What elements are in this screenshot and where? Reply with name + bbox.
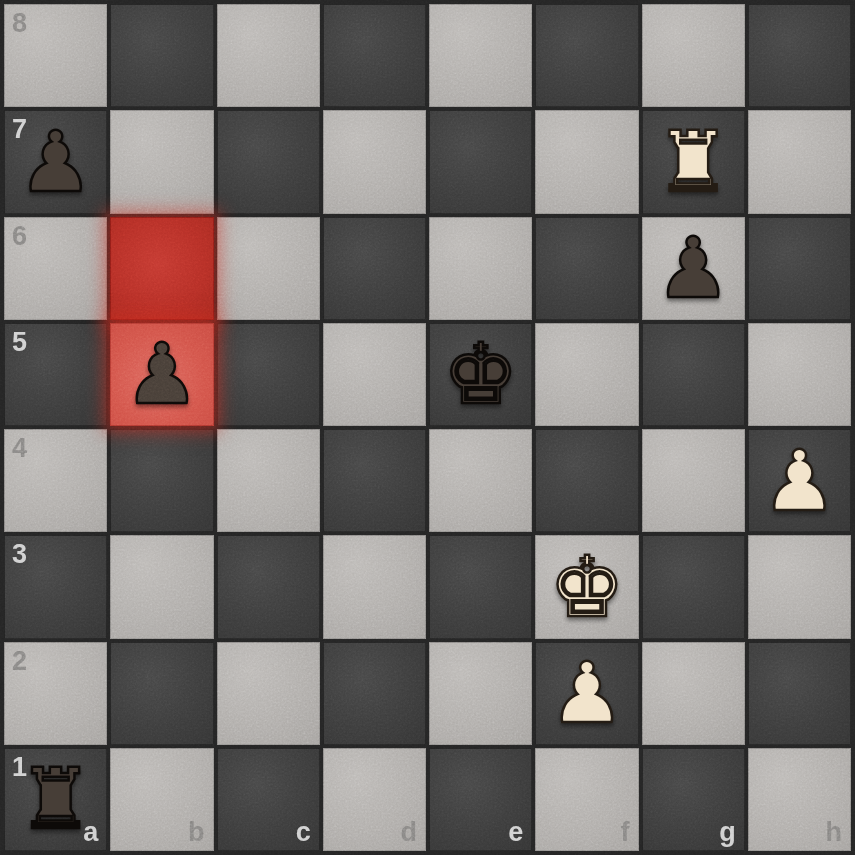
rank-label-3: 3 — [12, 541, 27, 568]
square-h3[interactable] — [748, 535, 851, 638]
square-a5[interactable]: 5 — [4, 323, 107, 426]
square-g4[interactable] — [642, 429, 745, 532]
file-label-g: g — [719, 819, 736, 846]
square-g7[interactable]: ♜ — [642, 110, 745, 213]
file-label-e: e — [508, 819, 523, 846]
square-e3[interactable] — [429, 535, 532, 638]
square-b6[interactable] — [110, 217, 213, 320]
square-d6[interactable] — [323, 217, 426, 320]
square-f5[interactable] — [535, 323, 638, 426]
square-e1[interactable]: e — [429, 748, 532, 851]
file-label-f: f — [621, 819, 630, 846]
square-a1[interactable]: 1a♜ — [4, 748, 107, 851]
square-a2[interactable]: 2 — [4, 642, 107, 745]
square-h8[interactable] — [748, 4, 851, 107]
square-c1[interactable]: c — [217, 748, 320, 851]
black-king[interactable]: ♚ — [443, 332, 518, 416]
chess-board: 87♟♜6♟5♟♚4♟3♚2♟1a♜bcdefgh — [0, 0, 855, 855]
black-rook[interactable]: ♜ — [18, 757, 93, 841]
black-pawn[interactable]: ♟ — [124, 332, 199, 416]
square-b8[interactable] — [110, 4, 213, 107]
square-b5[interactable]: ♟ — [110, 323, 213, 426]
square-a3[interactable]: 3 — [4, 535, 107, 638]
square-e8[interactable] — [429, 4, 532, 107]
square-h7[interactable] — [748, 110, 851, 213]
square-f2[interactable]: ♟ — [535, 642, 638, 745]
rank-label-8: 8 — [12, 10, 27, 37]
square-h4[interactable]: ♟ — [748, 429, 851, 532]
square-c2[interactable] — [217, 642, 320, 745]
square-g8[interactable] — [642, 4, 745, 107]
square-g5[interactable] — [642, 323, 745, 426]
file-label-b: b — [188, 819, 205, 846]
square-d4[interactable] — [323, 429, 426, 532]
square-e5[interactable]: ♚ — [429, 323, 532, 426]
square-e2[interactable] — [429, 642, 532, 745]
square-a7[interactable]: 7♟ — [4, 110, 107, 213]
square-a6[interactable]: 6 — [4, 217, 107, 320]
square-g2[interactable] — [642, 642, 745, 745]
file-label-h: h — [826, 819, 843, 846]
square-d7[interactable] — [323, 110, 426, 213]
square-b3[interactable] — [110, 535, 213, 638]
square-b7[interactable] — [110, 110, 213, 213]
square-b2[interactable] — [110, 642, 213, 745]
black-pawn[interactable]: ♟ — [18, 120, 93, 204]
white-pawn[interactable]: ♟ — [549, 651, 624, 735]
square-f1[interactable]: f — [535, 748, 638, 851]
square-h6[interactable] — [748, 217, 851, 320]
rank-label-4: 4 — [12, 435, 27, 462]
square-f6[interactable] — [535, 217, 638, 320]
rank-label-6: 6 — [12, 223, 27, 250]
square-g6[interactable]: ♟ — [642, 217, 745, 320]
file-label-c: c — [296, 819, 311, 846]
square-h5[interactable] — [748, 323, 851, 426]
square-d5[interactable] — [323, 323, 426, 426]
square-d8[interactable] — [323, 4, 426, 107]
square-c6[interactable] — [217, 217, 320, 320]
white-rook[interactable]: ♜ — [655, 120, 730, 204]
square-c8[interactable] — [217, 4, 320, 107]
square-c7[interactable] — [217, 110, 320, 213]
square-d1[interactable]: d — [323, 748, 426, 851]
square-c4[interactable] — [217, 429, 320, 532]
square-d2[interactable] — [323, 642, 426, 745]
white-pawn[interactable]: ♟ — [762, 439, 837, 523]
square-e4[interactable] — [429, 429, 532, 532]
square-f7[interactable] — [535, 110, 638, 213]
square-h2[interactable] — [748, 642, 851, 745]
square-d3[interactable] — [323, 535, 426, 638]
square-g3[interactable] — [642, 535, 745, 638]
square-f8[interactable] — [535, 4, 638, 107]
square-h1[interactable]: h — [748, 748, 851, 851]
square-a8[interactable]: 8 — [4, 4, 107, 107]
square-b1[interactable]: b — [110, 748, 213, 851]
black-pawn[interactable]: ♟ — [655, 226, 730, 310]
square-c5[interactable] — [217, 323, 320, 426]
square-g1[interactable]: g — [642, 748, 745, 851]
square-b4[interactable] — [110, 429, 213, 532]
white-king[interactable]: ♚ — [549, 545, 624, 629]
square-e6[interactable] — [429, 217, 532, 320]
square-f4[interactable] — [535, 429, 638, 532]
square-c3[interactable] — [217, 535, 320, 638]
square-a4[interactable]: 4 — [4, 429, 107, 532]
square-e7[interactable] — [429, 110, 532, 213]
rank-label-2: 2 — [12, 648, 27, 675]
file-label-d: d — [401, 819, 418, 846]
square-f3[interactable]: ♚ — [535, 535, 638, 638]
rank-label-5: 5 — [12, 329, 27, 356]
